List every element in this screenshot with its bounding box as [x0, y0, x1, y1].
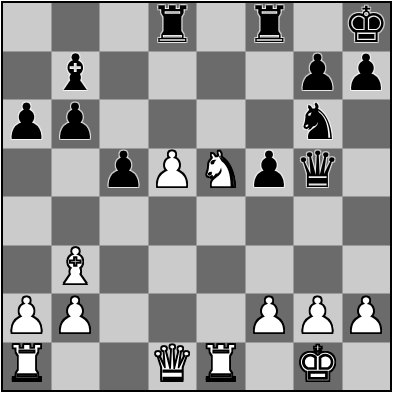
square-a2[interactable]: ♟ — [3, 294, 51, 342]
square-c8[interactable] — [100, 3, 148, 51]
square-g4[interactable] — [294, 197, 342, 245]
black-bishop-piece: ♝ — [53, 52, 98, 99]
square-a3[interactable] — [3, 246, 51, 294]
square-e2[interactable] — [197, 294, 245, 342]
chess-board: ♜♜♚♝♟♟♟♟♞♟♟♞♟♛♝♟♟♟♟♟♜♛♜♚ — [1, 1, 392, 392]
white-pawn-piece: ♟ — [4, 294, 49, 341]
square-d8[interactable]: ♜ — [149, 3, 197, 51]
black-pawn-piece: ♟ — [344, 52, 389, 99]
square-d4[interactable] — [149, 197, 197, 245]
white-pawn-piece: ♟ — [53, 294, 98, 341]
white-pawn-piece: ♟ — [150, 149, 195, 196]
square-a4[interactable] — [3, 197, 51, 245]
square-b7[interactable]: ♝ — [52, 52, 100, 100]
square-h8[interactable]: ♚ — [343, 3, 391, 51]
square-h5[interactable] — [343, 149, 391, 197]
square-e7[interactable] — [197, 52, 245, 100]
white-queen-piece: ♛ — [150, 343, 195, 390]
square-f5[interactable]: ♟ — [246, 149, 294, 197]
white-king-piece: ♚ — [295, 343, 340, 390]
square-h6[interactable] — [343, 100, 391, 148]
square-a7[interactable] — [3, 52, 51, 100]
white-pawn-piece: ♟ — [247, 294, 292, 341]
square-f8[interactable]: ♜ — [246, 3, 294, 51]
square-e1[interactable]: ♜ — [197, 343, 245, 391]
square-b2[interactable]: ♟ — [52, 294, 100, 342]
square-g6[interactable]: ♞ — [294, 100, 342, 148]
square-g2[interactable]: ♟ — [294, 294, 342, 342]
square-h1[interactable] — [343, 343, 391, 391]
square-g5[interactable]: ♛ — [294, 149, 342, 197]
square-f1[interactable] — [246, 343, 294, 391]
black-king-piece: ♚ — [344, 3, 389, 50]
square-d5[interactable]: ♟ — [149, 149, 197, 197]
square-b6[interactable]: ♟ — [52, 100, 100, 148]
square-c6[interactable] — [100, 100, 148, 148]
square-h3[interactable] — [343, 246, 391, 294]
square-d1[interactable]: ♛ — [149, 343, 197, 391]
white-pawn-piece: ♟ — [295, 294, 340, 341]
square-a5[interactable] — [3, 149, 51, 197]
white-rook-piece: ♜ — [4, 343, 49, 390]
square-f3[interactable] — [246, 246, 294, 294]
black-knight-piece: ♞ — [295, 100, 340, 147]
square-f6[interactable] — [246, 100, 294, 148]
black-pawn-piece: ♟ — [247, 149, 292, 196]
square-c2[interactable] — [100, 294, 148, 342]
square-b5[interactable] — [52, 149, 100, 197]
black-queen-piece: ♛ — [295, 149, 340, 196]
square-a8[interactable] — [3, 3, 51, 51]
black-pawn-piece: ♟ — [4, 100, 49, 147]
white-pawn-piece: ♟ — [344, 294, 389, 341]
square-b1[interactable] — [52, 343, 100, 391]
square-g3[interactable] — [294, 246, 342, 294]
square-b4[interactable] — [52, 197, 100, 245]
square-d2[interactable] — [149, 294, 197, 342]
square-e6[interactable] — [197, 100, 245, 148]
white-bishop-piece: ♝ — [53, 246, 98, 293]
square-a6[interactable]: ♟ — [3, 100, 51, 148]
square-b3[interactable]: ♝ — [52, 246, 100, 294]
black-pawn-piece: ♟ — [295, 52, 340, 99]
square-f4[interactable] — [246, 197, 294, 245]
square-g7[interactable]: ♟ — [294, 52, 342, 100]
black-rook-piece: ♜ — [150, 3, 195, 50]
square-g1[interactable]: ♚ — [294, 343, 342, 391]
black-rook-piece: ♜ — [247, 3, 292, 50]
square-c7[interactable] — [100, 52, 148, 100]
square-h2[interactable]: ♟ — [343, 294, 391, 342]
square-d3[interactable] — [149, 246, 197, 294]
square-g8[interactable] — [294, 3, 342, 51]
square-d7[interactable] — [149, 52, 197, 100]
square-b8[interactable] — [52, 3, 100, 51]
square-c3[interactable] — [100, 246, 148, 294]
square-c4[interactable] — [100, 197, 148, 245]
square-e5[interactable]: ♞ — [197, 149, 245, 197]
square-a1[interactable]: ♜ — [3, 343, 51, 391]
square-c1[interactable] — [100, 343, 148, 391]
square-e4[interactable] — [197, 197, 245, 245]
black-pawn-piece: ♟ — [101, 149, 146, 196]
square-d6[interactable] — [149, 100, 197, 148]
square-h4[interactable] — [343, 197, 391, 245]
white-knight-piece: ♞ — [198, 149, 243, 196]
square-f2[interactable]: ♟ — [246, 294, 294, 342]
black-pawn-piece: ♟ — [53, 100, 98, 147]
square-f7[interactable] — [246, 52, 294, 100]
square-c5[interactable]: ♟ — [100, 149, 148, 197]
white-rook-piece: ♜ — [198, 343, 243, 390]
square-h7[interactable]: ♟ — [343, 52, 391, 100]
square-e8[interactable] — [197, 3, 245, 51]
square-e3[interactable] — [197, 246, 245, 294]
